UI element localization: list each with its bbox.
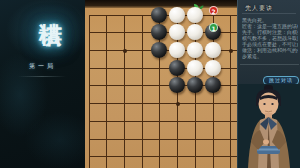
white-stone-c6r3 bbox=[169, 42, 185, 58]
black-stone-c6r4 bbox=[169, 60, 185, 76]
grid-line-h bbox=[89, 103, 237, 104]
white-stone-c7r1 bbox=[187, 7, 203, 23]
panel-title: 先人要诀 bbox=[245, 4, 273, 13]
hoshi-star-point bbox=[123, 49, 127, 53]
move-2-badge: 2 bbox=[209, 6, 218, 15]
grid-line-h bbox=[89, 156, 237, 157]
white-stone-c7r2 bbox=[187, 24, 203, 40]
hoshi-star-point bbox=[176, 102, 180, 106]
white-stone-c8r3 bbox=[205, 42, 221, 58]
grid-line-h bbox=[89, 121, 237, 122]
white-stone-c7r4 bbox=[187, 60, 203, 76]
grid-line-v bbox=[230, 15, 231, 168]
grid-line-h bbox=[89, 139, 237, 140]
panel-title-rule bbox=[242, 13, 296, 14]
white-stone-c7r3 bbox=[187, 42, 203, 58]
dialog-text: 黑先白死。匠者：这是一道五路的诘棋，黑为先手。行棋时注意：白棋外围的黑棋气数不多… bbox=[242, 17, 298, 59]
black-stone-c5r1 bbox=[151, 7, 167, 23]
grid-line-v bbox=[124, 15, 125, 168]
black-stone-c5r2 bbox=[151, 24, 167, 40]
hoshi-star-point bbox=[229, 49, 233, 53]
grid-line-v bbox=[106, 15, 107, 168]
guide-character-portrait bbox=[238, 84, 300, 168]
dialog-line: 步紧逼。 bbox=[242, 53, 298, 59]
white-stone-c6r2 bbox=[169, 24, 185, 40]
grid-line-v bbox=[89, 15, 90, 168]
sidebar: 诘棋 第一局 bbox=[0, 0, 85, 168]
go-board[interactable]: 12 bbox=[85, 0, 237, 168]
sidebar-divider bbox=[18, 76, 66, 77]
black-stone-c5r3 bbox=[151, 42, 167, 58]
round-label: 第一局 bbox=[0, 62, 85, 71]
game-window: 诘棋 第一局 12 先人要诀 黑先白死。匠者：这是一道五路的诘棋，黑为先手。行棋… bbox=[0, 0, 300, 168]
white-stone-c6r1 bbox=[169, 7, 185, 23]
black-stone-c7r5 bbox=[187, 77, 203, 93]
black-stone-c6r5 bbox=[169, 77, 185, 93]
white-stone-c8r4 bbox=[205, 60, 221, 76]
panel-divider bbox=[240, 64, 299, 65]
black-stone-c8r5 bbox=[205, 77, 221, 93]
grid-line-v bbox=[142, 15, 143, 168]
